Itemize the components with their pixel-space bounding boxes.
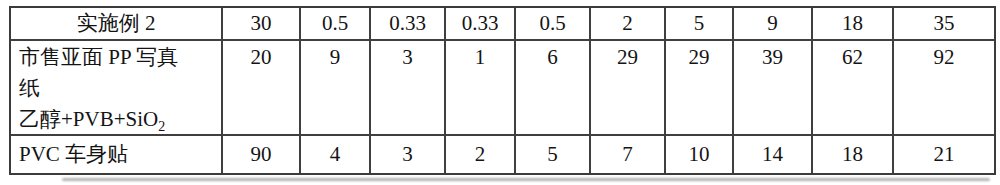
value-cell: 0.33 <box>446 8 514 39</box>
value-cell: 29 <box>666 41 732 134</box>
value-cell: 62 <box>813 41 892 134</box>
document-page: 实施例 2 30 0.5 0.33 0.33 0.5 2 5 9 18 35 市… <box>0 0 1000 185</box>
row-header-cell: PVC 车身贴 <box>11 136 221 173</box>
row-header-cell: 实施例 2 <box>11 8 221 39</box>
value-cell: 14 <box>734 136 811 173</box>
row-header-formula: 乙醇+PVB+SiO2 <box>19 104 215 135</box>
value-cell: 3 <box>371 41 444 134</box>
value-cell: 3 <box>371 136 444 173</box>
value-cell: 5 <box>666 8 732 39</box>
value-cell: 2 <box>446 136 514 173</box>
value-cell: 6 <box>516 41 589 134</box>
value-cell: 39 <box>734 41 811 134</box>
data-table: 实施例 2 30 0.5 0.33 0.33 0.5 2 5 9 18 35 市… <box>9 6 996 175</box>
value-cell: 10 <box>666 136 732 173</box>
value-cell: 18 <box>813 136 892 173</box>
formula-subscript: 2 <box>158 119 165 134</box>
value-cell: 35 <box>894 8 994 39</box>
value-cell: 90 <box>223 136 299 173</box>
row-header-line: 市售亚面 PP 写真 <box>19 42 215 73</box>
value-cell: 30 <box>223 8 299 39</box>
value-cell: 0.33 <box>371 8 444 39</box>
value-cell: 21 <box>894 136 994 173</box>
value-cell: 7 <box>591 136 664 173</box>
row-header-line: 纸 <box>19 73 215 104</box>
value-cell: 9 <box>734 8 811 39</box>
value-cell: 4 <box>301 136 369 173</box>
scan-artifact <box>62 178 990 181</box>
value-cell: 29 <box>591 41 664 134</box>
value-cell: 18 <box>813 8 892 39</box>
value-cell: 0.5 <box>301 8 369 39</box>
value-cell: 1 <box>446 41 514 134</box>
value-cell: 92 <box>894 41 994 134</box>
value-cell: 2 <box>591 8 664 39</box>
value-cell: 5 <box>516 136 589 173</box>
value-cell: 20 <box>223 41 299 134</box>
value-cell: 9 <box>301 41 369 134</box>
row-header-cell: 市售亚面 PP 写真 纸 乙醇+PVB+SiO2 <box>11 41 221 134</box>
value-cell: 0.5 <box>516 8 589 39</box>
